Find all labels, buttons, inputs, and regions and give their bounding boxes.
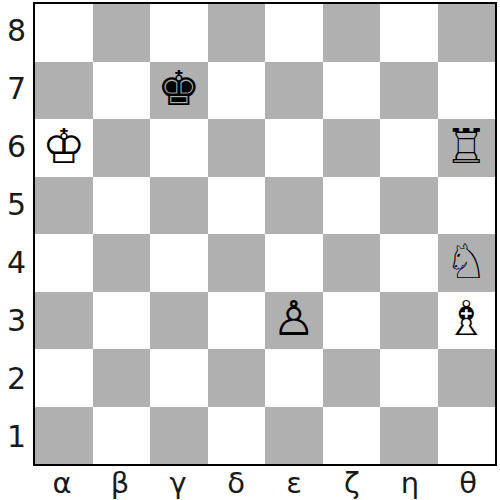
- square-γ7[interactable]: ♚: [150, 62, 208, 120]
- square-γ6[interactable]: [150, 119, 208, 177]
- square-θ6[interactable]: ♖: [438, 119, 496, 177]
- rank-label-2: 2: [0, 350, 33, 408]
- square-α3[interactable]: [35, 292, 93, 350]
- square-θ2[interactable]: [438, 349, 496, 407]
- piece-white-pawn[interactable]: ♙: [272, 294, 315, 342]
- square-β7[interactable]: [93, 62, 151, 120]
- square-δ1[interactable]: [208, 407, 266, 465]
- square-ζ7[interactable]: [323, 62, 381, 120]
- square-δ4[interactable]: [208, 234, 266, 292]
- piece-black-king[interactable]: ♚: [157, 64, 200, 112]
- square-γ8[interactable]: [150, 4, 208, 62]
- rank-label-3: 3: [0, 292, 33, 350]
- square-θ1[interactable]: [438, 407, 496, 465]
- square-ζ3[interactable]: [323, 292, 381, 350]
- square-α7[interactable]: [35, 62, 93, 120]
- rank-label-7: 7: [0, 60, 33, 118]
- square-θ8[interactable]: [438, 4, 496, 62]
- square-ε5[interactable]: [265, 177, 323, 235]
- square-ζ2[interactable]: [323, 349, 381, 407]
- square-β5[interactable]: [93, 177, 151, 235]
- file-label-zeta: ζ: [323, 464, 381, 500]
- piece-white-king[interactable]: ♔: [42, 122, 85, 170]
- file-labels: α β γ δ ε ζ η θ: [33, 464, 497, 500]
- square-δ7[interactable]: [208, 62, 266, 120]
- file-label-beta: β: [91, 464, 149, 500]
- piece-white-rook[interactable]: ♖: [445, 122, 488, 170]
- square-ε3[interactable]: ♙: [265, 292, 323, 350]
- chess-diagram: 8 7 6 5 4 3 2 1 ♚♔♖♘♙♗ α β γ δ ε ζ η θ: [0, 0, 500, 500]
- piece-white-knight[interactable]: ♘: [445, 237, 488, 285]
- square-γ5[interactable]: [150, 177, 208, 235]
- square-ε6[interactable]: [265, 119, 323, 177]
- square-α8[interactable]: [35, 4, 93, 62]
- square-γ1[interactable]: [150, 407, 208, 465]
- square-θ4[interactable]: ♘: [438, 234, 496, 292]
- square-β3[interactable]: [93, 292, 151, 350]
- square-η5[interactable]: [380, 177, 438, 235]
- square-β6[interactable]: [93, 119, 151, 177]
- file-label-delta: δ: [207, 464, 265, 500]
- square-α2[interactable]: [35, 349, 93, 407]
- square-η1[interactable]: [380, 407, 438, 465]
- rank-label-1: 1: [0, 408, 33, 466]
- square-ε2[interactable]: [265, 349, 323, 407]
- square-ε1[interactable]: [265, 407, 323, 465]
- square-β4[interactable]: [93, 234, 151, 292]
- file-label-gamma: γ: [149, 464, 207, 500]
- square-ε7[interactable]: [265, 62, 323, 120]
- piece-white-bishop[interactable]: ♗: [445, 294, 488, 342]
- square-ε8[interactable]: [265, 4, 323, 62]
- square-η2[interactable]: [380, 349, 438, 407]
- square-ε4[interactable]: [265, 234, 323, 292]
- square-α1[interactable]: [35, 407, 93, 465]
- square-γ4[interactable]: [150, 234, 208, 292]
- square-ζ4[interactable]: [323, 234, 381, 292]
- square-δ8[interactable]: [208, 4, 266, 62]
- square-γ3[interactable]: [150, 292, 208, 350]
- square-θ3[interactable]: ♗: [438, 292, 496, 350]
- file-label-alpha: α: [33, 464, 91, 500]
- square-δ2[interactable]: [208, 349, 266, 407]
- square-ζ5[interactable]: [323, 177, 381, 235]
- square-γ2[interactable]: [150, 349, 208, 407]
- square-α5[interactable]: [35, 177, 93, 235]
- square-η7[interactable]: [380, 62, 438, 120]
- square-η4[interactable]: [380, 234, 438, 292]
- square-θ5[interactable]: [438, 177, 496, 235]
- rank-label-5: 5: [0, 176, 33, 234]
- square-η3[interactable]: [380, 292, 438, 350]
- file-label-theta: θ: [439, 464, 497, 500]
- rank-label-4: 4: [0, 234, 33, 292]
- chess-board: ♚♔♖♘♙♗: [33, 2, 497, 466]
- square-β2[interactable]: [93, 349, 151, 407]
- square-α4[interactable]: [35, 234, 93, 292]
- square-α6[interactable]: ♔: [35, 119, 93, 177]
- square-δ3[interactable]: [208, 292, 266, 350]
- file-label-eta: η: [381, 464, 439, 500]
- square-ζ8[interactable]: [323, 4, 381, 62]
- square-δ6[interactable]: [208, 119, 266, 177]
- square-δ5[interactable]: [208, 177, 266, 235]
- square-η8[interactable]: [380, 4, 438, 62]
- square-ζ6[interactable]: [323, 119, 381, 177]
- square-β1[interactable]: [93, 407, 151, 465]
- file-label-epsilon: ε: [265, 464, 323, 500]
- square-ζ1[interactable]: [323, 407, 381, 465]
- rank-label-6: 6: [0, 118, 33, 176]
- square-β8[interactable]: [93, 4, 151, 62]
- rank-labels: 8 7 6 5 4 3 2 1: [0, 2, 33, 466]
- rank-label-8: 8: [0, 2, 33, 60]
- square-η6[interactable]: [380, 119, 438, 177]
- square-θ7[interactable]: [438, 62, 496, 120]
